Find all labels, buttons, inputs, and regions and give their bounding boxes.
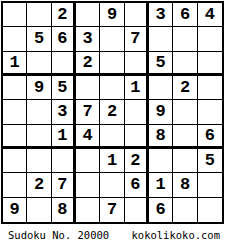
sudoku-cell[interactable]	[125, 198, 149, 222]
sudoku-cell[interactable]	[3, 27, 27, 51]
sudoku-cell[interactable]: 1	[149, 173, 173, 197]
sudoku-cell[interactable]: 6	[52, 27, 76, 51]
sudoku-cell[interactable]	[149, 149, 173, 173]
sudoku-cell[interactable]	[125, 100, 149, 124]
sudoku-cell[interactable]	[3, 173, 27, 197]
sudoku-cell[interactable]: 3	[76, 27, 100, 51]
sudoku-cell[interactable]	[198, 173, 222, 197]
sudoku-cell[interactable]: 7	[100, 198, 124, 222]
sudoku-cell[interactable]: 9	[3, 198, 27, 222]
sudoku-cell[interactable]: 6	[198, 125, 222, 149]
sudoku-cell[interactable]	[76, 76, 100, 100]
sudoku-cell[interactable]	[3, 76, 27, 100]
sudoku-cell[interactable]: 1	[125, 76, 149, 100]
sudoku-cell[interactable]	[76, 173, 100, 197]
sudoku-cell[interactable]: 1	[100, 149, 124, 173]
sudoku-cell[interactable]: 5	[52, 76, 76, 100]
sudoku-cell[interactable]	[173, 52, 197, 76]
sudoku-cell[interactable]: 2	[173, 76, 197, 100]
sudoku-cell[interactable]: 9	[27, 76, 51, 100]
sudoku-cell[interactable]	[173, 27, 197, 51]
sudoku-cell[interactable]	[100, 52, 124, 76]
sudoku-cell[interactable]	[27, 52, 51, 76]
sudoku-cell[interactable]	[3, 3, 27, 27]
sudoku-cell[interactable]	[3, 149, 27, 173]
sudoku-cell[interactable]	[100, 125, 124, 149]
sudoku-cell[interactable]	[198, 27, 222, 51]
sudoku-cell[interactable]	[100, 27, 124, 51]
sudoku-board: 293645637125951237291486125276189876	[1, 1, 224, 224]
sudoku-cell[interactable]	[173, 149, 197, 173]
sudoku-cell[interactable]: 8	[52, 198, 76, 222]
sudoku-cell[interactable]	[125, 52, 149, 76]
sudoku-cell[interactable]: 4	[76, 125, 100, 149]
sudoku-cell[interactable]: 7	[125, 27, 149, 51]
sudoku-cell[interactable]	[149, 27, 173, 51]
sudoku-cell[interactable]	[198, 100, 222, 124]
puzzle-number: Sudoku No. 20000	[8, 229, 109, 241]
puzzle-caption: Sudoku No. 20000 kokolikoko.com	[0, 229, 226, 241]
sudoku-cell[interactable]: 3	[52, 100, 76, 124]
sudoku-cell[interactable]	[173, 198, 197, 222]
sudoku-cell[interactable]	[27, 125, 51, 149]
sudoku-cell[interactable]	[173, 100, 197, 124]
sudoku-cell[interactable]: 1	[52, 125, 76, 149]
sudoku-cell[interactable]	[100, 173, 124, 197]
sudoku-cell[interactable]: 3	[149, 3, 173, 27]
sudoku-cell[interactable]	[173, 125, 197, 149]
sudoku-cell[interactable]	[27, 3, 51, 27]
sudoku-cell[interactable]: 5	[198, 149, 222, 173]
sudoku-cell[interactable]	[27, 100, 51, 124]
sudoku-cell[interactable]: 1	[3, 52, 27, 76]
sudoku-cell[interactable]: 8	[173, 173, 197, 197]
sudoku-cell[interactable]	[52, 149, 76, 173]
sudoku-cell[interactable]: 8	[149, 125, 173, 149]
sudoku-cell[interactable]	[125, 3, 149, 27]
sudoku-cell[interactable]	[198, 76, 222, 100]
sudoku-cell[interactable]: 2	[52, 3, 76, 27]
sudoku-cell[interactable]: 7	[76, 100, 100, 124]
sudoku-cell[interactable]: 2	[27, 173, 51, 197]
sudoku-cell[interactable]	[76, 198, 100, 222]
sudoku-cell[interactable]	[3, 100, 27, 124]
sudoku-cell[interactable]: 5	[27, 27, 51, 51]
sudoku-cell[interactable]: 2	[76, 52, 100, 76]
sudoku-cell[interactable]	[198, 198, 222, 222]
sudoku-cell[interactable]	[198, 52, 222, 76]
sudoku-cell[interactable]	[3, 125, 27, 149]
sudoku-cell[interactable]: 6	[125, 173, 149, 197]
sudoku-cell[interactable]: 5	[149, 52, 173, 76]
sudoku-cell[interactable]: 2	[100, 100, 124, 124]
sudoku-cell[interactable]	[100, 76, 124, 100]
sudoku-cell[interactable]	[27, 198, 51, 222]
sudoku-cell[interactable]: 9	[100, 3, 124, 27]
site-name: kokolikoko.com	[131, 229, 220, 241]
sudoku-cell[interactable]	[76, 149, 100, 173]
sudoku-cell[interactable]: 2	[125, 149, 149, 173]
sudoku-cell[interactable]	[149, 76, 173, 100]
sudoku-cell[interactable]	[27, 149, 51, 173]
sudoku-cell[interactable]: 4	[198, 3, 222, 27]
sudoku-cell[interactable]	[52, 52, 76, 76]
sudoku-cell[interactable]: 9	[149, 100, 173, 124]
sudoku-cell[interactable]: 6	[173, 3, 197, 27]
sudoku-cell[interactable]: 6	[149, 198, 173, 222]
sudoku-cell[interactable]: 7	[52, 173, 76, 197]
sudoku-cell[interactable]	[76, 3, 100, 27]
sudoku-cell[interactable]	[125, 125, 149, 149]
